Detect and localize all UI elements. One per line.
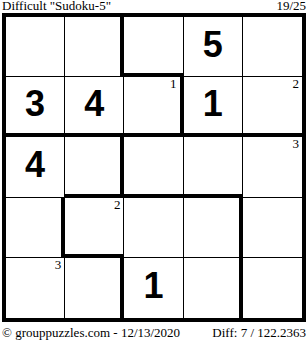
puzzle-title: Difficult "Sudoku-5" xyxy=(2,0,111,13)
cell-r2c4: 1 xyxy=(184,77,243,137)
cell-r1c5 xyxy=(243,17,302,77)
cell-r4c3 xyxy=(124,198,183,258)
progress-count: 19/25 xyxy=(276,0,306,13)
cell-r1c2 xyxy=(65,17,124,77)
cell-r5c1: 3 xyxy=(6,258,65,318)
cell-r3c5: 3 xyxy=(243,137,302,197)
corner-mark: 3 xyxy=(293,137,300,151)
given-digit: 1 xyxy=(143,268,163,304)
cell-r5c5 xyxy=(243,258,302,318)
given-digit: 1 xyxy=(203,86,223,122)
cell-r1c3 xyxy=(124,17,183,77)
cell-r5c2 xyxy=(65,258,124,318)
cell-r2c3: 1 xyxy=(124,77,183,137)
puzzle-page: Difficult "Sudoku-5" 19/25 53411243231 ©… xyxy=(0,0,308,343)
header: Difficult "Sudoku-5" 19/25 xyxy=(2,0,306,13)
corner-mark: 3 xyxy=(55,258,62,272)
cell-r4c1 xyxy=(6,198,65,258)
cell-r4c4 xyxy=(184,198,243,258)
footer: © grouppuzzles.com - 12/13/2020 Diff: 7 … xyxy=(2,325,306,340)
cell-r4c2: 2 xyxy=(65,198,124,258)
cell-r1c1 xyxy=(6,17,65,77)
cell-r3c3 xyxy=(124,137,183,197)
cell-r3c4 xyxy=(184,137,243,197)
cell-r5c4 xyxy=(184,258,243,318)
given-digit: 4 xyxy=(84,86,104,122)
cell-r1c4: 5 xyxy=(184,17,243,77)
cell-r3c1: 4 xyxy=(6,137,65,197)
given-digit: 4 xyxy=(25,147,45,183)
sudoku-board: 53411243231 xyxy=(2,13,306,322)
cell-r2c1: 3 xyxy=(6,77,65,137)
cell-r5c3: 1 xyxy=(124,258,183,318)
cell-r2c2: 4 xyxy=(65,77,124,137)
cell-r4c5 xyxy=(243,198,302,258)
corner-mark: 2 xyxy=(114,198,121,212)
given-digit: 5 xyxy=(203,27,223,63)
difficulty-text: Diff: 7 / 122.2363 xyxy=(212,325,306,340)
corner-mark: 2 xyxy=(293,77,300,91)
cell-r2c5: 2 xyxy=(243,77,302,137)
copyright-text: © grouppuzzles.com - 12/13/2020 xyxy=(2,325,180,340)
cell-r3c2 xyxy=(65,137,124,197)
given-digit: 3 xyxy=(25,86,45,122)
corner-mark: 1 xyxy=(170,77,177,91)
